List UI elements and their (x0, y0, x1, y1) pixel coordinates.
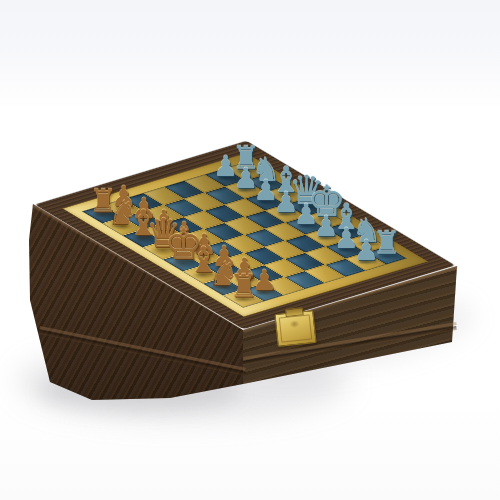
clasp-engraved-border (279, 314, 312, 342)
product-photo: ♜♟♞♟♝♟♛♟♟♜♚♟♟♞♝♟♟♝♞♟♟♛♜♟♟♚♟♝♟♞♟♜ (0, 0, 500, 500)
brass-clasp (274, 310, 316, 347)
